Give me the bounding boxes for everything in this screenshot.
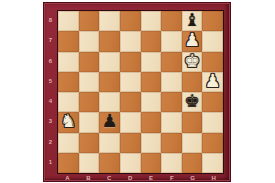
- rank-label-7: 7: [44, 30, 57, 50]
- square-a8: [58, 11, 79, 31]
- square-c1: [99, 153, 120, 173]
- rank-label-3: 3: [44, 111, 57, 131]
- board-squares: ♝♟♚♟♚♞♟: [57, 10, 224, 174]
- square-h1: [202, 153, 223, 173]
- file-label-g: G: [182, 173, 203, 182]
- square-f2: [161, 133, 182, 153]
- rank-label-5: 5: [44, 71, 57, 91]
- file-label-d: D: [120, 173, 141, 182]
- file-labels: ABCDEFGH: [57, 173, 224, 182]
- square-e8: [141, 11, 162, 31]
- square-b2: [79, 133, 100, 153]
- file-label-h: H: [203, 173, 224, 182]
- file-label-f: F: [161, 173, 182, 182]
- square-a7: [58, 31, 79, 51]
- square-f3: [161, 112, 182, 132]
- white-pawn: ♟: [205, 72, 221, 90]
- square-f6: [161, 52, 182, 72]
- rank-label-4: 4: [44, 91, 57, 111]
- chess-diagram: 87654321 ABCDEFGH ♝♟♚♟♚♞♟: [0, 0, 275, 183]
- square-h2: [202, 133, 223, 153]
- rank-label-6: 6: [44, 51, 57, 71]
- square-a4: [58, 92, 79, 112]
- white-pawn: ♟: [184, 31, 200, 49]
- square-g7: ♟: [182, 31, 203, 51]
- white-king: ♚: [184, 52, 200, 70]
- square-a5: [58, 72, 79, 92]
- square-b4: [79, 92, 100, 112]
- chess-board: 87654321 ABCDEFGH ♝♟♚♟♚♞♟: [43, 2, 231, 182]
- square-c2: [99, 133, 120, 153]
- square-a2: [58, 133, 79, 153]
- square-e2: [141, 133, 162, 153]
- square-c4: [99, 92, 120, 112]
- square-a3: ♞: [58, 112, 79, 132]
- square-g6: ♚: [182, 52, 203, 72]
- black-king: ♚: [184, 92, 200, 110]
- square-d8: [120, 11, 141, 31]
- square-h5: ♟: [202, 72, 223, 92]
- file-label-c: C: [99, 173, 120, 182]
- rank-label-8: 8: [44, 10, 57, 30]
- square-c6: [99, 52, 120, 72]
- square-h8: [202, 11, 223, 31]
- file-label-a: A: [57, 173, 78, 182]
- square-h7: [202, 31, 223, 51]
- white-knight: ♞: [60, 112, 76, 130]
- square-h3: [202, 112, 223, 132]
- square-e3: [141, 112, 162, 132]
- square-c3: ♟: [99, 112, 120, 132]
- square-g2: [182, 133, 203, 153]
- square-d4: [120, 92, 141, 112]
- rank-label-1: 1: [44, 152, 57, 172]
- rank-labels: 87654321: [44, 10, 57, 172]
- square-e6: [141, 52, 162, 72]
- black-bishop: ♝: [184, 11, 200, 29]
- square-c7: [99, 31, 120, 51]
- square-f5: [161, 72, 182, 92]
- black-pawn: ♟: [101, 112, 117, 130]
- square-g1: [182, 153, 203, 173]
- square-f4: [161, 92, 182, 112]
- square-b1: [79, 153, 100, 173]
- square-g4: ♚: [182, 92, 203, 112]
- square-e5: [141, 72, 162, 92]
- rank-label-2: 2: [44, 132, 57, 152]
- square-a1: [58, 153, 79, 173]
- square-b6: [79, 52, 100, 72]
- square-b8: [79, 11, 100, 31]
- square-d2: [120, 133, 141, 153]
- square-g5: [182, 72, 203, 92]
- square-h6: [202, 52, 223, 72]
- square-d5: [120, 72, 141, 92]
- square-d3: [120, 112, 141, 132]
- square-f8: [161, 11, 182, 31]
- file-label-e: E: [141, 173, 162, 182]
- square-g3: [182, 112, 203, 132]
- square-c5: [99, 72, 120, 92]
- square-d1: [120, 153, 141, 173]
- square-d7: [120, 31, 141, 51]
- square-a6: [58, 52, 79, 72]
- square-b5: [79, 72, 100, 92]
- square-f7: [161, 31, 182, 51]
- square-b7: [79, 31, 100, 51]
- square-e1: [141, 153, 162, 173]
- square-h4: [202, 92, 223, 112]
- square-c8: [99, 11, 120, 31]
- square-f1: [161, 153, 182, 173]
- square-d6: [120, 52, 141, 72]
- file-label-b: B: [78, 173, 99, 182]
- square-b3: [79, 112, 100, 132]
- square-e7: [141, 31, 162, 51]
- square-e4: [141, 92, 162, 112]
- square-g8: ♝: [182, 11, 203, 31]
